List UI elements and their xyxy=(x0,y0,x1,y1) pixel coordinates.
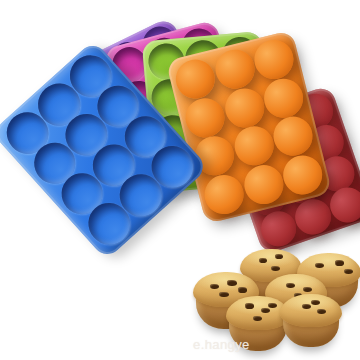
muffin-cup-bump xyxy=(181,94,228,141)
muffin-cup-bump xyxy=(260,74,307,121)
pan-orange xyxy=(166,30,333,224)
chocolate-chip xyxy=(315,263,324,268)
chocolate-chip xyxy=(286,283,295,288)
muffin-top xyxy=(280,294,342,327)
chocolate-chip xyxy=(317,309,326,314)
chocolate-chip xyxy=(344,269,353,274)
chocolate-chip xyxy=(271,266,280,271)
muffin-cup-bump xyxy=(211,45,258,92)
muffin-cup-bump xyxy=(269,113,316,160)
product-photo: e.hangye xyxy=(0,0,360,360)
chocolate-chip xyxy=(245,303,254,308)
chocolate-chip xyxy=(227,280,236,285)
muffin-cup-bump xyxy=(230,123,277,170)
chocolate-chip xyxy=(275,254,284,259)
chocolate-chip xyxy=(311,300,320,305)
chocolate-chip xyxy=(219,292,228,297)
chocolate-chip xyxy=(302,304,311,309)
watermark-text: e.hangye xyxy=(193,337,250,352)
chocolate-chip xyxy=(335,260,344,265)
chocolate-chip xyxy=(259,258,268,263)
muffin-cup-bump xyxy=(172,55,219,102)
muffin-cup-bump xyxy=(279,151,326,198)
muffin-cup-bump xyxy=(250,36,297,83)
chocolate-chip xyxy=(261,308,270,313)
muffin-cup-bump xyxy=(240,161,287,208)
muffin-6 xyxy=(283,299,339,347)
chocolate-chip xyxy=(268,303,277,308)
chocolate-chip xyxy=(253,316,262,321)
chocolate-chip xyxy=(210,284,219,289)
muffin-cup-bump xyxy=(201,171,248,218)
chocolate-chip xyxy=(238,287,247,292)
chocolate-chip xyxy=(303,287,312,292)
muffin-cup-bump xyxy=(221,84,268,131)
